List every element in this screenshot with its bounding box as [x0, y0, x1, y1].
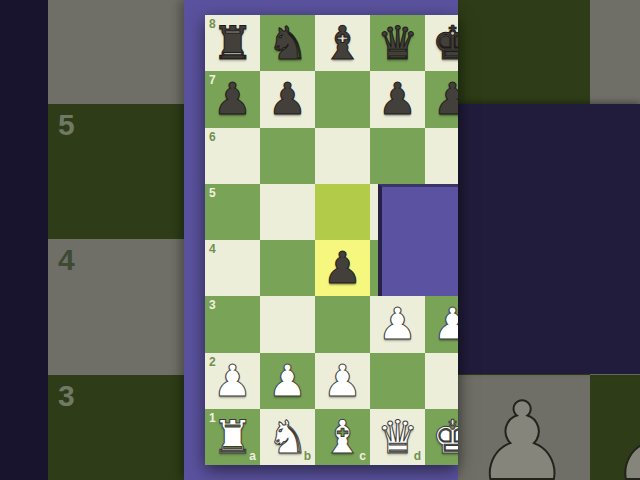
file-label-b: b [304, 450, 311, 462]
black-pawn-d7[interactable]: ♟ [370, 71, 425, 127]
white-pawn-c2[interactable]: ♟ [315, 353, 370, 409]
black-bishop-c8[interactable]: ♝ [315, 15, 370, 71]
rank-label-3: 3 [209, 299, 216, 311]
bg-rank-label-4: 4 [58, 245, 75, 275]
bg-square-a4: 4 [48, 239, 184, 375]
square-c1[interactable]: c ♝ [315, 409, 370, 465]
rank-label-2: 2 [209, 356, 216, 368]
white-pawn-b2[interactable]: ♟ [260, 353, 315, 409]
square-c8[interactable]: ♝ [315, 15, 370, 71]
bg-rank-label-5: 5 [58, 110, 75, 140]
bg-white-pawn-e3: ♟ [590, 375, 640, 480]
square-a2[interactable]: 2 ♟ [205, 353, 260, 409]
square-d6[interactable] [370, 128, 425, 184]
bg-rank-label-6: 6 [58, 0, 75, 4]
square-d2[interactable] [370, 353, 425, 409]
square-b1[interactable]: b ♞ [260, 409, 315, 465]
square-a6[interactable]: 6 [205, 128, 260, 184]
black-pawn-b7[interactable]: ♟ [260, 71, 315, 127]
video-frame: 6 5 4 3 ♟ ♟ [0, 0, 640, 480]
bg-white-pawn-d3: ♟ [455, 375, 591, 480]
square-c4-highlighted[interactable]: ♟ [315, 240, 370, 296]
background-mask-overlay [457, 104, 640, 374]
square-c2[interactable]: ♟ [315, 353, 370, 409]
bg-square-a6: 6 [48, 0, 184, 104]
square-a4[interactable]: 4 [205, 240, 260, 296]
square-b4[interactable] [260, 240, 315, 296]
square-a5[interactable]: 5 [205, 184, 260, 240]
file-label-d: d [414, 450, 421, 462]
square-a3[interactable]: 3 [205, 296, 260, 352]
rank-label-1: 1 [209, 412, 216, 424]
square-a8[interactable]: 8 ♜ [205, 15, 260, 71]
square-b7[interactable]: ♟ [260, 71, 315, 127]
square-d1[interactable]: d ♛ [370, 409, 425, 465]
square-e7[interactable]: ♟ [425, 71, 458, 127]
black-king-e8[interactable]: ♚ [425, 15, 458, 71]
square-b8[interactable]: ♞ [260, 15, 315, 71]
square-e6[interactable] [425, 128, 458, 184]
white-pawn-d3[interactable]: ♟ [370, 296, 425, 352]
square-d3[interactable]: ♟ [370, 296, 425, 352]
square-c5-highlighted[interactable] [315, 184, 370, 240]
square-e3[interactable]: ♟ [425, 296, 458, 352]
rank-label-4: 4 [209, 243, 216, 255]
square-b2[interactable]: ♟ [260, 353, 315, 409]
white-king-e1[interactable]: ♚ [425, 409, 458, 465]
square-a7[interactable]: 7 ♟ [205, 71, 260, 127]
square-d8[interactable]: ♛ [370, 15, 425, 71]
bg-square-a5: 5 [48, 104, 184, 240]
rank-label-5: 5 [209, 187, 216, 199]
black-queen-d8[interactable]: ♛ [370, 15, 425, 71]
file-label-a: a [249, 450, 256, 462]
square-c7[interactable] [315, 71, 370, 127]
square-e8[interactable]: ♚ [425, 15, 458, 71]
rank-label-6: 6 [209, 131, 216, 143]
bg-square-e6 [590, 0, 640, 104]
file-label-c: c [359, 450, 366, 462]
square-b5[interactable] [260, 184, 315, 240]
black-knight-b8[interactable]: ♞ [260, 15, 315, 71]
bg-square-a3: 3 [48, 375, 184, 480]
square-a1[interactable]: 1 a ♜ [205, 409, 260, 465]
square-b6[interactable] [260, 128, 315, 184]
white-pawn-e3[interactable]: ♟ [425, 296, 458, 352]
bg-square-d3: ♟ [455, 375, 591, 480]
hidden-squares-mask [378, 184, 458, 297]
square-c6[interactable] [315, 128, 370, 184]
square-e2[interactable] [425, 353, 458, 409]
rank-label-8: 8 [209, 18, 216, 30]
black-pawn-e7[interactable]: ♟ [425, 71, 458, 127]
square-e1[interactable]: ♚ [425, 409, 458, 465]
square-c3[interactable] [315, 296, 370, 352]
bg-square-e3: ♟ [590, 375, 640, 480]
square-b3[interactable] [260, 296, 315, 352]
black-pawn-c4[interactable]: ♟ [315, 240, 370, 296]
rank-label-7: 7 [209, 74, 216, 86]
square-d7[interactable]: ♟ [370, 71, 425, 127]
bg-square-d6 [455, 0, 591, 104]
bg-rank-label-3: 3 [58, 381, 75, 411]
